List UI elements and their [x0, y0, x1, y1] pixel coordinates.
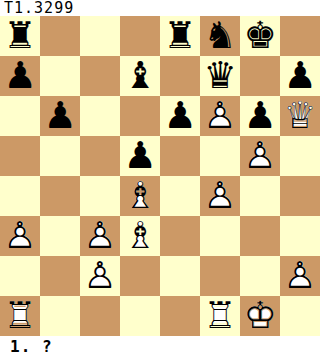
square-b7[interactable]	[40, 56, 80, 96]
square-e7[interactable]	[160, 56, 200, 96]
square-e8[interactable]: ♜	[160, 16, 200, 56]
piece-black-pawn[interactable]: ♟	[40, 96, 80, 136]
black-pawn-glyph: ♟	[283, 56, 316, 96]
black-pawn-glyph: ♟	[3, 56, 36, 96]
piece-white-pawn[interactable]: ♟♙	[200, 176, 240, 216]
square-h5[interactable]	[280, 136, 320, 176]
piece-black-pawn[interactable]: ♟	[160, 96, 200, 136]
square-e4[interactable]	[160, 176, 200, 216]
square-d5[interactable]: ♟	[120, 136, 160, 176]
square-g2[interactable]	[240, 256, 280, 296]
piece-white-pawn[interactable]: ♟♙	[80, 216, 120, 256]
square-f4[interactable]: ♟♙	[200, 176, 240, 216]
piece-black-pawn[interactable]: ♟	[0, 56, 40, 96]
square-a1[interactable]: ♜♖	[0, 296, 40, 336]
piece-white-pawn[interactable]: ♟♙	[200, 96, 240, 136]
white-rook-glyph: ♖	[3, 296, 36, 336]
square-f3[interactable]	[200, 216, 240, 256]
square-c2[interactable]: ♟♙	[80, 256, 120, 296]
square-h6[interactable]: ♛♕	[280, 96, 320, 136]
square-a5[interactable]	[0, 136, 40, 176]
square-g4[interactable]	[240, 176, 280, 216]
square-d2[interactable]	[120, 256, 160, 296]
piece-white-pawn[interactable]: ♟♙	[0, 216, 40, 256]
piece-black-king[interactable]: ♚	[240, 16, 280, 56]
piece-black-knight[interactable]: ♞	[200, 16, 240, 56]
square-a2[interactable]	[0, 256, 40, 296]
white-pawn-glyph: ♙	[83, 256, 116, 296]
square-d4[interactable]: ♝♗	[120, 176, 160, 216]
black-rook-glyph: ♜	[163, 16, 196, 56]
square-h7[interactable]: ♟	[280, 56, 320, 96]
square-b3[interactable]	[40, 216, 80, 256]
square-g7[interactable]	[240, 56, 280, 96]
square-d3[interactable]: ♝♗	[120, 216, 160, 256]
square-b5[interactable]	[40, 136, 80, 176]
square-g3[interactable]	[240, 216, 280, 256]
white-pawn-glyph: ♙	[203, 96, 236, 136]
piece-black-rook[interactable]: ♜	[160, 16, 200, 56]
square-a6[interactable]	[0, 96, 40, 136]
square-d6[interactable]	[120, 96, 160, 136]
square-d8[interactable]	[120, 16, 160, 56]
black-pawn-glyph: ♟	[243, 96, 276, 136]
square-f1[interactable]: ♜♖	[200, 296, 240, 336]
piece-black-pawn[interactable]: ♟	[240, 96, 280, 136]
black-pawn-glyph: ♟	[123, 136, 156, 176]
square-e1[interactable]	[160, 296, 200, 336]
piece-white-pawn[interactable]: ♟♙	[280, 256, 320, 296]
black-bishop-glyph: ♝	[123, 56, 156, 96]
piece-white-bishop[interactable]: ♝♗	[120, 216, 160, 256]
piece-white-bishop[interactable]: ♝♗	[120, 176, 160, 216]
square-h4[interactable]	[280, 176, 320, 216]
square-f2[interactable]	[200, 256, 240, 296]
square-b4[interactable]	[40, 176, 80, 216]
square-b2[interactable]	[40, 256, 80, 296]
chess-puzzle-window: T1.3299 ♜♜♞♚♟♝♛♟♟♟♟♙♟♛♕♟♟♙♝♗♟♙♟♙♟♙♝♗♟♙♟♙…	[0, 0, 320, 360]
white-pawn-glyph: ♙	[83, 216, 116, 256]
square-h3[interactable]	[280, 216, 320, 256]
move-prompt: 1. ?	[0, 336, 320, 360]
white-bishop-glyph: ♗	[123, 216, 156, 256]
square-f6[interactable]: ♟♙	[200, 96, 240, 136]
black-knight-glyph: ♞	[203, 16, 236, 56]
piece-white-rook[interactable]: ♜♖	[0, 296, 40, 336]
square-b8[interactable]	[40, 16, 80, 56]
square-f8[interactable]: ♞	[200, 16, 240, 56]
square-a4[interactable]	[0, 176, 40, 216]
white-rook-glyph: ♖	[203, 296, 236, 336]
square-c5[interactable]	[80, 136, 120, 176]
black-king-glyph: ♚	[243, 16, 276, 56]
black-pawn-glyph: ♟	[163, 96, 196, 136]
square-g6[interactable]: ♟	[240, 96, 280, 136]
black-rook-glyph: ♜	[3, 16, 36, 56]
piece-white-pawn[interactable]: ♟♙	[80, 256, 120, 296]
square-e3[interactable]	[160, 216, 200, 256]
black-queen-glyph: ♛	[203, 56, 236, 96]
piece-black-queen[interactable]: ♛	[200, 56, 240, 96]
white-queen-glyph: ♕	[283, 96, 316, 136]
white-pawn-glyph: ♙	[203, 176, 236, 216]
square-c8[interactable]	[80, 16, 120, 56]
white-pawn-glyph: ♙	[3, 216, 36, 256]
square-d1[interactable]	[120, 296, 160, 336]
piece-black-bishop[interactable]: ♝	[120, 56, 160, 96]
square-g5[interactable]: ♟♙	[240, 136, 280, 176]
piece-white-rook[interactable]: ♜♖	[200, 296, 240, 336]
square-b6[interactable]: ♟	[40, 96, 80, 136]
black-pawn-glyph: ♟	[43, 96, 76, 136]
square-c6[interactable]	[80, 96, 120, 136]
square-c1[interactable]	[80, 296, 120, 336]
square-e6[interactable]: ♟	[160, 96, 200, 136]
piece-white-pawn[interactable]: ♟♙	[240, 136, 280, 176]
square-c7[interactable]	[80, 56, 120, 96]
square-a3[interactable]: ♟♙	[0, 216, 40, 256]
white-king-glyph: ♔	[243, 296, 276, 336]
square-d7[interactable]: ♝	[120, 56, 160, 96]
square-e5[interactable]	[160, 136, 200, 176]
square-b1[interactable]	[40, 296, 80, 336]
piece-black-pawn[interactable]: ♟	[120, 136, 160, 176]
white-pawn-glyph: ♙	[283, 256, 316, 296]
square-h8[interactable]	[280, 16, 320, 56]
white-pawn-glyph: ♙	[243, 136, 276, 176]
square-h2[interactable]: ♟♙	[280, 256, 320, 296]
square-f5[interactable]	[200, 136, 240, 176]
square-h1[interactable]	[280, 296, 320, 336]
square-f7[interactable]: ♛	[200, 56, 240, 96]
square-g1[interactable]: ♚♔	[240, 296, 280, 336]
square-a7[interactable]: ♟	[0, 56, 40, 96]
piece-black-pawn[interactable]: ♟	[280, 56, 320, 96]
square-a8[interactable]: ♜	[0, 16, 40, 56]
piece-black-rook[interactable]: ♜	[0, 16, 40, 56]
white-bishop-glyph: ♗	[123, 176, 156, 216]
square-c4[interactable]	[80, 176, 120, 216]
square-g8[interactable]: ♚	[240, 16, 280, 56]
square-e2[interactable]	[160, 256, 200, 296]
piece-white-king[interactable]: ♚♔	[240, 296, 280, 336]
square-c3[interactable]: ♟♙	[80, 216, 120, 256]
piece-white-queen[interactable]: ♛♕	[280, 96, 320, 136]
chess-board: ♜♜♞♚♟♝♛♟♟♟♟♙♟♛♕♟♟♙♝♗♟♙♟♙♟♙♝♗♟♙♟♙♜♖♜♖♚♔	[0, 16, 320, 336]
